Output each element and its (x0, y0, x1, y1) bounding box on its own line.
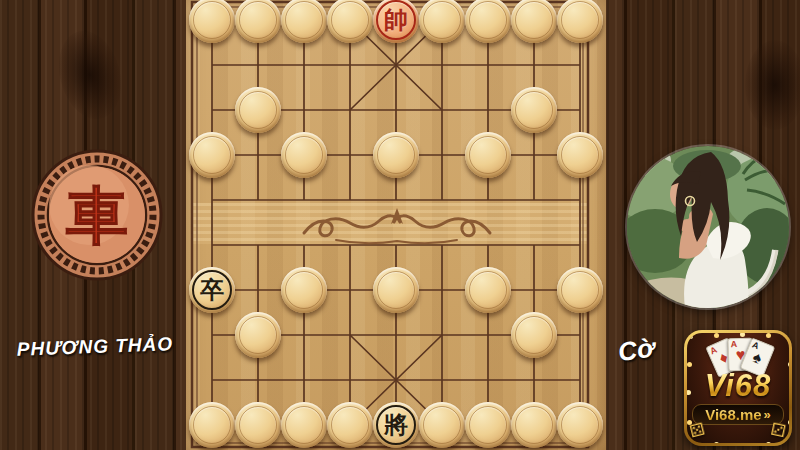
piece-char: 將 (373, 402, 419, 448)
right-player-avatar[interactable] (627, 146, 789, 308)
river-ornament-icon (304, 208, 490, 243)
hidden-piece[interactable] (557, 267, 603, 313)
chariot-char: 車 (65, 179, 128, 252)
hidden-piece[interactable] (189, 132, 235, 178)
wood-knot (745, 40, 800, 130)
hidden-piece[interactable] (511, 87, 557, 133)
hidden-piece[interactable] (327, 402, 373, 448)
hidden-piece[interactable] (465, 267, 511, 313)
hidden-piece[interactable] (235, 312, 281, 358)
hidden-piece[interactable] (235, 402, 281, 448)
piece-將[interactable]: 將 (373, 402, 419, 448)
hidden-piece[interactable] (465, 402, 511, 448)
hidden-piece[interactable] (281, 132, 327, 178)
left-player-piece-emblem: 車 (31, 149, 163, 281)
hidden-piece[interactable] (465, 132, 511, 178)
dice-icon: ⚂ (769, 419, 788, 443)
hidden-piece[interactable] (373, 132, 419, 178)
piece-帥[interactable]: 帥 (373, 0, 419, 43)
hidden-piece[interactable] (557, 402, 603, 448)
hidden-piece[interactable] (511, 312, 557, 358)
hidden-piece[interactable] (281, 402, 327, 448)
piece-char: 卒 (189, 267, 235, 313)
board-grid (186, 0, 606, 450)
hidden-piece[interactable] (419, 402, 465, 448)
vi68-domain-band: Vi68.me » (692, 404, 784, 425)
vi68-title: Vi68 (705, 370, 772, 401)
hidden-piece[interactable] (557, 132, 603, 178)
hidden-piece[interactable] (373, 267, 419, 313)
hidden-piece[interactable] (511, 402, 557, 448)
hidden-piece[interactable] (235, 87, 281, 133)
vi68-domain: Vi68.me (705, 406, 761, 423)
xiangqi-board[interactable]: 帥卒將 (186, 0, 606, 450)
hidden-piece[interactable] (281, 267, 327, 313)
vi68-logo[interactable]: A♦A♥A♠ Vi68 Vi68.me » ⚄ ⚂ (684, 330, 792, 446)
piece-char: 帥 (373, 0, 419, 43)
hidden-piece[interactable] (189, 402, 235, 448)
arrow-icon: » (764, 407, 771, 422)
piece-卒[interactable]: 卒 (189, 267, 235, 313)
